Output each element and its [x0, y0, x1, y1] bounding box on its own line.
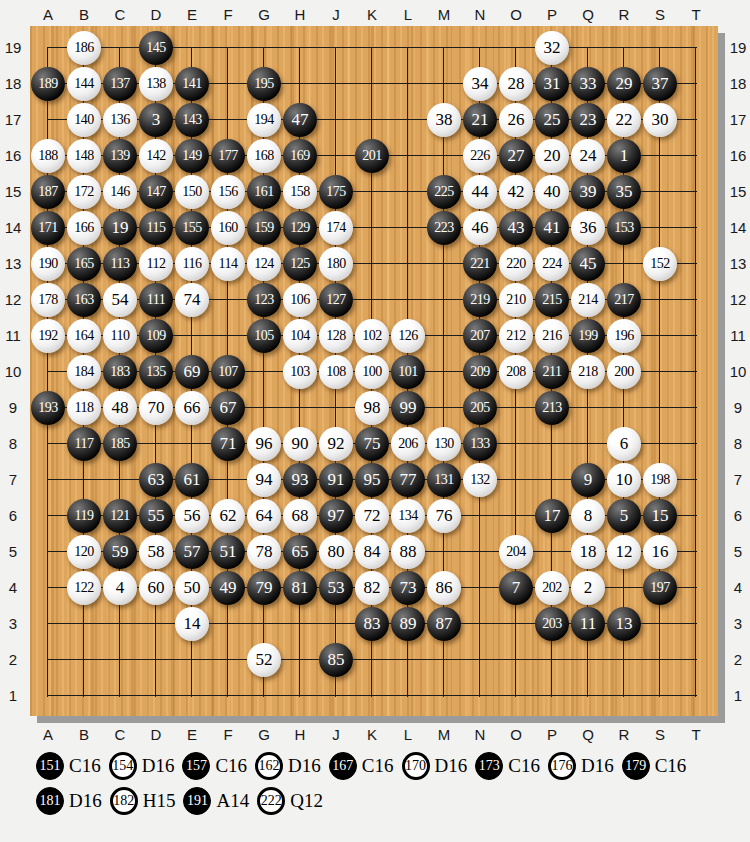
board-point-A1[interactable] — [30, 678, 66, 714]
board-point-F16[interactable]: 177 — [210, 138, 246, 174]
board-point-B15[interactable]: 172 — [66, 174, 102, 210]
board-point-S15[interactable] — [642, 174, 678, 210]
board-point-S12[interactable] — [642, 282, 678, 318]
board-point-R19[interactable] — [606, 30, 642, 66]
board-point-N6[interactable] — [462, 498, 498, 534]
board-point-N2[interactable] — [462, 642, 498, 678]
board-point-A4[interactable] — [30, 570, 66, 606]
board-point-N18[interactable]: 34 — [462, 66, 498, 102]
board-point-F8[interactable]: 71 — [210, 426, 246, 462]
board-point-T19[interactable] — [678, 30, 714, 66]
board-point-F1[interactable] — [210, 678, 246, 714]
board-point-G15[interactable]: 161 — [246, 174, 282, 210]
board-point-C3[interactable] — [102, 606, 138, 642]
board-point-N17[interactable]: 21 — [462, 102, 498, 138]
board-point-F2[interactable] — [210, 642, 246, 678]
board-point-H3[interactable] — [282, 606, 318, 642]
board-point-E2[interactable] — [174, 642, 210, 678]
board-point-T17[interactable] — [678, 102, 714, 138]
board-point-F18[interactable] — [210, 66, 246, 102]
board-point-A3[interactable] — [30, 606, 66, 642]
board-point-J18[interactable] — [318, 66, 354, 102]
board-point-T8[interactable] — [678, 426, 714, 462]
board-point-P15[interactable]: 40 — [534, 174, 570, 210]
board-point-K3[interactable]: 83 — [354, 606, 390, 642]
board-point-F4[interactable]: 49 — [210, 570, 246, 606]
board-point-C4[interactable]: 4 — [102, 570, 138, 606]
board-point-C7[interactable] — [102, 462, 138, 498]
board-point-A15[interactable]: 187 — [30, 174, 66, 210]
board-point-J8[interactable]: 92 — [318, 426, 354, 462]
board-point-N13[interactable]: 221 — [462, 246, 498, 282]
board-point-O2[interactable] — [498, 642, 534, 678]
board-point-G19[interactable] — [246, 30, 282, 66]
board-point-K13[interactable] — [354, 246, 390, 282]
board-point-Q17[interactable]: 23 — [570, 102, 606, 138]
board-point-P9[interactable]: 213 — [534, 390, 570, 426]
board-point-Q4[interactable]: 2 — [570, 570, 606, 606]
board-point-D3[interactable] — [138, 606, 174, 642]
board-point-G11[interactable]: 105 — [246, 318, 282, 354]
board-point-S16[interactable] — [642, 138, 678, 174]
board-point-C18[interactable]: 137 — [102, 66, 138, 102]
board-point-L11[interactable]: 126 — [390, 318, 426, 354]
board-point-G8[interactable]: 96 — [246, 426, 282, 462]
board-point-M18[interactable] — [426, 66, 462, 102]
board-point-G13[interactable]: 124 — [246, 246, 282, 282]
board-point-Q9[interactable] — [570, 390, 606, 426]
board-point-Q12[interactable]: 214 — [570, 282, 606, 318]
board-point-L12[interactable] — [390, 282, 426, 318]
board-point-S19[interactable] — [642, 30, 678, 66]
board-point-Q16[interactable]: 24 — [570, 138, 606, 174]
board-point-S2[interactable] — [642, 642, 678, 678]
board-point-Q8[interactable] — [570, 426, 606, 462]
board-point-L5[interactable]: 88 — [390, 534, 426, 570]
board-point-N16[interactable]: 226 — [462, 138, 498, 174]
board-point-L13[interactable] — [390, 246, 426, 282]
board-point-K10[interactable]: 100 — [354, 354, 390, 390]
board-point-R7[interactable]: 10 — [606, 462, 642, 498]
board-point-T7[interactable] — [678, 462, 714, 498]
board-point-A11[interactable]: 192 — [30, 318, 66, 354]
board-point-D17[interactable]: 3 — [138, 102, 174, 138]
board-point-M5[interactable] — [426, 534, 462, 570]
board-point-B19[interactable]: 186 — [66, 30, 102, 66]
board-point-T5[interactable] — [678, 534, 714, 570]
board-point-M1[interactable] — [426, 678, 462, 714]
board-point-K5[interactable]: 84 — [354, 534, 390, 570]
board-point-B10[interactable]: 184 — [66, 354, 102, 390]
board-point-D2[interactable] — [138, 642, 174, 678]
board-point-T18[interactable] — [678, 66, 714, 102]
board-point-E7[interactable]: 61 — [174, 462, 210, 498]
board-point-H11[interactable]: 104 — [282, 318, 318, 354]
board-point-J2[interactable]: 85 — [318, 642, 354, 678]
board-point-P3[interactable]: 203 — [534, 606, 570, 642]
board-point-H4[interactable]: 81 — [282, 570, 318, 606]
board-point-R4[interactable] — [606, 570, 642, 606]
board-point-C10[interactable]: 183 — [102, 354, 138, 390]
board-point-C17[interactable]: 136 — [102, 102, 138, 138]
board-point-E8[interactable] — [174, 426, 210, 462]
board-point-Q11[interactable]: 199 — [570, 318, 606, 354]
board-point-R10[interactable]: 200 — [606, 354, 642, 390]
board-point-T9[interactable] — [678, 390, 714, 426]
board-point-P4[interactable]: 202 — [534, 570, 570, 606]
board-point-P11[interactable]: 216 — [534, 318, 570, 354]
board-point-K4[interactable]: 82 — [354, 570, 390, 606]
board-point-H18[interactable] — [282, 66, 318, 102]
board-point-O19[interactable] — [498, 30, 534, 66]
board-point-N10[interactable]: 209 — [462, 354, 498, 390]
board-point-L17[interactable] — [390, 102, 426, 138]
board-point-J13[interactable]: 180 — [318, 246, 354, 282]
board-point-E16[interactable]: 149 — [174, 138, 210, 174]
board-point-A6[interactable] — [30, 498, 66, 534]
board-point-G1[interactable] — [246, 678, 282, 714]
board-point-D18[interactable]: 138 — [138, 66, 174, 102]
board-point-S9[interactable] — [642, 390, 678, 426]
board-point-T16[interactable] — [678, 138, 714, 174]
board-point-A14[interactable]: 171 — [30, 210, 66, 246]
board-point-H10[interactable]: 103 — [282, 354, 318, 390]
board-point-N4[interactable] — [462, 570, 498, 606]
board-point-N19[interactable] — [462, 30, 498, 66]
board-point-Q18[interactable]: 33 — [570, 66, 606, 102]
board-point-P17[interactable]: 25 — [534, 102, 570, 138]
board-point-S10[interactable] — [642, 354, 678, 390]
board-point-T2[interactable] — [678, 642, 714, 678]
board-point-Q10[interactable]: 218 — [570, 354, 606, 390]
board-point-G18[interactable]: 195 — [246, 66, 282, 102]
board-point-F3[interactable] — [210, 606, 246, 642]
board-point-Q7[interactable]: 9 — [570, 462, 606, 498]
board-point-A17[interactable] — [30, 102, 66, 138]
board-point-N15[interactable]: 44 — [462, 174, 498, 210]
board-point-P18[interactable]: 31 — [534, 66, 570, 102]
board-point-Q5[interactable]: 18 — [570, 534, 606, 570]
board-point-P1[interactable] — [534, 678, 570, 714]
board-point-H17[interactable]: 47 — [282, 102, 318, 138]
board-point-D1[interactable] — [138, 678, 174, 714]
board-point-D12[interactable]: 111 — [138, 282, 174, 318]
board-point-B1[interactable] — [66, 678, 102, 714]
board-point-L18[interactable] — [390, 66, 426, 102]
board-point-D7[interactable]: 63 — [138, 462, 174, 498]
board-point-R8[interactable]: 6 — [606, 426, 642, 462]
board-point-H14[interactable]: 129 — [282, 210, 318, 246]
board-point-R5[interactable]: 12 — [606, 534, 642, 570]
board-point-D6[interactable]: 55 — [138, 498, 174, 534]
board-point-A13[interactable]: 190 — [30, 246, 66, 282]
board-point-Q19[interactable] — [570, 30, 606, 66]
board-point-S18[interactable]: 37 — [642, 66, 678, 102]
board-point-M19[interactable] — [426, 30, 462, 66]
board-point-O16[interactable]: 27 — [498, 138, 534, 174]
board-point-E17[interactable]: 143 — [174, 102, 210, 138]
board-point-B12[interactable]: 163 — [66, 282, 102, 318]
board-point-M14[interactable]: 223 — [426, 210, 462, 246]
board-point-A8[interactable] — [30, 426, 66, 462]
board-point-M11[interactable] — [426, 318, 462, 354]
board-point-B5[interactable]: 120 — [66, 534, 102, 570]
board-point-E10[interactable]: 69 — [174, 354, 210, 390]
board-point-C13[interactable]: 113 — [102, 246, 138, 282]
board-point-L4[interactable]: 73 — [390, 570, 426, 606]
board-point-K6[interactable]: 72 — [354, 498, 390, 534]
board-point-K11[interactable]: 102 — [354, 318, 390, 354]
board-point-C11[interactable]: 110 — [102, 318, 138, 354]
board-point-D16[interactable]: 142 — [138, 138, 174, 174]
board-point-D19[interactable]: 145 — [138, 30, 174, 66]
board-point-K8[interactable]: 75 — [354, 426, 390, 462]
board-point-T13[interactable] — [678, 246, 714, 282]
board-point-R15[interactable]: 35 — [606, 174, 642, 210]
board-point-A9[interactable]: 193 — [30, 390, 66, 426]
board-point-O10[interactable]: 208 — [498, 354, 534, 390]
board-point-B2[interactable] — [66, 642, 102, 678]
board-point-C8[interactable]: 185 — [102, 426, 138, 462]
board-point-T3[interactable] — [678, 606, 714, 642]
board-point-J9[interactable] — [318, 390, 354, 426]
board-point-B16[interactable]: 148 — [66, 138, 102, 174]
board-point-K7[interactable]: 95 — [354, 462, 390, 498]
board-point-N3[interactable] — [462, 606, 498, 642]
board-point-Q13[interactable]: 45 — [570, 246, 606, 282]
board-point-P14[interactable]: 41 — [534, 210, 570, 246]
board-point-A16[interactable]: 188 — [30, 138, 66, 174]
board-point-O17[interactable]: 26 — [498, 102, 534, 138]
board-point-M7[interactable]: 131 — [426, 462, 462, 498]
board-point-S3[interactable] — [642, 606, 678, 642]
board-point-B7[interactable] — [66, 462, 102, 498]
board-point-R6[interactable]: 5 — [606, 498, 642, 534]
board-point-Q1[interactable] — [570, 678, 606, 714]
board-point-E5[interactable]: 57 — [174, 534, 210, 570]
board-point-L15[interactable] — [390, 174, 426, 210]
board-point-P7[interactable] — [534, 462, 570, 498]
board-point-N14[interactable]: 46 — [462, 210, 498, 246]
board-point-M8[interactable]: 130 — [426, 426, 462, 462]
board-point-B18[interactable]: 144 — [66, 66, 102, 102]
board-point-H16[interactable]: 169 — [282, 138, 318, 174]
board-point-T11[interactable] — [678, 318, 714, 354]
board-point-K1[interactable] — [354, 678, 390, 714]
board-point-J3[interactable] — [318, 606, 354, 642]
board-point-R1[interactable] — [606, 678, 642, 714]
board-point-C6[interactable]: 121 — [102, 498, 138, 534]
board-point-H6[interactable]: 68 — [282, 498, 318, 534]
board-point-E12[interactable]: 74 — [174, 282, 210, 318]
board-point-S7[interactable]: 198 — [642, 462, 678, 498]
board-point-N8[interactable]: 133 — [462, 426, 498, 462]
board-point-J12[interactable]: 127 — [318, 282, 354, 318]
board-point-S17[interactable]: 30 — [642, 102, 678, 138]
board-point-F9[interactable]: 67 — [210, 390, 246, 426]
board-point-O12[interactable]: 210 — [498, 282, 534, 318]
board-point-D14[interactable]: 115 — [138, 210, 174, 246]
board-point-D4[interactable]: 60 — [138, 570, 174, 606]
board-point-Q2[interactable] — [570, 642, 606, 678]
board-point-S13[interactable]: 152 — [642, 246, 678, 282]
board-point-E4[interactable]: 50 — [174, 570, 210, 606]
board-point-T15[interactable] — [678, 174, 714, 210]
board-point-A5[interactable] — [30, 534, 66, 570]
board-point-B17[interactable]: 140 — [66, 102, 102, 138]
board-point-T12[interactable] — [678, 282, 714, 318]
board-point-L19[interactable] — [390, 30, 426, 66]
board-point-N12[interactable]: 219 — [462, 282, 498, 318]
board-point-O5[interactable]: 204 — [498, 534, 534, 570]
board-point-N1[interactable] — [462, 678, 498, 714]
board-point-H9[interactable] — [282, 390, 318, 426]
board-point-A7[interactable] — [30, 462, 66, 498]
board-point-D11[interactable]: 109 — [138, 318, 174, 354]
board-point-G12[interactable]: 123 — [246, 282, 282, 318]
board-point-L16[interactable] — [390, 138, 426, 174]
board-point-E13[interactable]: 116 — [174, 246, 210, 282]
board-point-H8[interactable]: 90 — [282, 426, 318, 462]
board-point-F19[interactable] — [210, 30, 246, 66]
board-point-P19[interactable]: 32 — [534, 30, 570, 66]
board-point-F15[interactable]: 156 — [210, 174, 246, 210]
board-point-M4[interactable]: 86 — [426, 570, 462, 606]
board-point-B11[interactable]: 164 — [66, 318, 102, 354]
board-point-P8[interactable] — [534, 426, 570, 462]
board-point-E3[interactable]: 14 — [174, 606, 210, 642]
board-point-C2[interactable] — [102, 642, 138, 678]
board-point-O4[interactable]: 7 — [498, 570, 534, 606]
board-point-H7[interactable]: 93 — [282, 462, 318, 498]
board-point-E18[interactable]: 141 — [174, 66, 210, 102]
board-point-J7[interactable]: 91 — [318, 462, 354, 498]
board-point-P12[interactable]: 215 — [534, 282, 570, 318]
board-point-P5[interactable] — [534, 534, 570, 570]
board-point-H12[interactable]: 106 — [282, 282, 318, 318]
board-point-F17[interactable] — [210, 102, 246, 138]
board-point-O11[interactable]: 212 — [498, 318, 534, 354]
board-point-B14[interactable]: 166 — [66, 210, 102, 246]
board-point-J16[interactable] — [318, 138, 354, 174]
board-point-F6[interactable]: 62 — [210, 498, 246, 534]
board-point-O18[interactable]: 28 — [498, 66, 534, 102]
board-point-G14[interactable]: 159 — [246, 210, 282, 246]
board-point-H19[interactable] — [282, 30, 318, 66]
board-point-H2[interactable] — [282, 642, 318, 678]
board-point-J15[interactable]: 175 — [318, 174, 354, 210]
board-point-K12[interactable] — [354, 282, 390, 318]
board-point-O15[interactable]: 42 — [498, 174, 534, 210]
board-point-A2[interactable] — [30, 642, 66, 678]
board-point-T14[interactable] — [678, 210, 714, 246]
board-point-B9[interactable]: 118 — [66, 390, 102, 426]
board-point-J14[interactable]: 174 — [318, 210, 354, 246]
board-point-B3[interactable] — [66, 606, 102, 642]
board-point-R12[interactable]: 217 — [606, 282, 642, 318]
board-point-O7[interactable] — [498, 462, 534, 498]
board-point-F13[interactable]: 114 — [210, 246, 246, 282]
board-point-J17[interactable] — [318, 102, 354, 138]
board-point-G10[interactable] — [246, 354, 282, 390]
board-point-M15[interactable]: 225 — [426, 174, 462, 210]
board-point-B8[interactable]: 117 — [66, 426, 102, 462]
board-point-J19[interactable] — [318, 30, 354, 66]
board-point-P6[interactable]: 17 — [534, 498, 570, 534]
board-point-R18[interactable]: 29 — [606, 66, 642, 102]
board-point-C16[interactable]: 139 — [102, 138, 138, 174]
board-point-O6[interactable] — [498, 498, 534, 534]
board-point-D9[interactable]: 70 — [138, 390, 174, 426]
board-point-K9[interactable]: 98 — [354, 390, 390, 426]
board-point-O1[interactable] — [498, 678, 534, 714]
board-point-R13[interactable] — [606, 246, 642, 282]
board-point-A19[interactable] — [30, 30, 66, 66]
board-point-C5[interactable]: 59 — [102, 534, 138, 570]
board-point-C14[interactable]: 19 — [102, 210, 138, 246]
board-point-Q14[interactable]: 36 — [570, 210, 606, 246]
board-point-T4[interactable] — [678, 570, 714, 606]
board-point-N11[interactable]: 207 — [462, 318, 498, 354]
board-point-K2[interactable] — [354, 642, 390, 678]
board-point-E14[interactable]: 155 — [174, 210, 210, 246]
board-point-N7[interactable]: 132 — [462, 462, 498, 498]
board-point-J4[interactable]: 53 — [318, 570, 354, 606]
board-point-D15[interactable]: 147 — [138, 174, 174, 210]
board-point-G4[interactable]: 79 — [246, 570, 282, 606]
board-point-O9[interactable] — [498, 390, 534, 426]
board-point-L10[interactable]: 101 — [390, 354, 426, 390]
board-point-O8[interactable] — [498, 426, 534, 462]
board-point-T1[interactable] — [678, 678, 714, 714]
board-point-A18[interactable]: 189 — [30, 66, 66, 102]
board-point-L3[interactable]: 89 — [390, 606, 426, 642]
board-point-M17[interactable]: 38 — [426, 102, 462, 138]
board-point-G2[interactable]: 52 — [246, 642, 282, 678]
board-point-O13[interactable]: 220 — [498, 246, 534, 282]
board-point-H1[interactable] — [282, 678, 318, 714]
board-point-B4[interactable]: 122 — [66, 570, 102, 606]
board-point-E11[interactable] — [174, 318, 210, 354]
board-point-E1[interactable] — [174, 678, 210, 714]
board-point-B13[interactable]: 165 — [66, 246, 102, 282]
board-point-A10[interactable] — [30, 354, 66, 390]
board-point-M10[interactable] — [426, 354, 462, 390]
board-point-L8[interactable]: 206 — [390, 426, 426, 462]
board-point-S4[interactable]: 197 — [642, 570, 678, 606]
board-point-K17[interactable] — [354, 102, 390, 138]
board-point-R14[interactable]: 153 — [606, 210, 642, 246]
board-point-Q6[interactable]: 8 — [570, 498, 606, 534]
board-point-K16[interactable]: 201 — [354, 138, 390, 174]
board-point-C9[interactable]: 48 — [102, 390, 138, 426]
board-point-M9[interactable] — [426, 390, 462, 426]
board-point-Q3[interactable]: 11 — [570, 606, 606, 642]
board-point-F5[interactable]: 51 — [210, 534, 246, 570]
board-point-M6[interactable]: 76 — [426, 498, 462, 534]
board-point-J5[interactable]: 80 — [318, 534, 354, 570]
board-point-G16[interactable]: 168 — [246, 138, 282, 174]
board-point-D13[interactable]: 112 — [138, 246, 174, 282]
board-point-H15[interactable]: 158 — [282, 174, 318, 210]
board-point-R17[interactable]: 22 — [606, 102, 642, 138]
board-point-O14[interactable]: 43 — [498, 210, 534, 246]
board-point-T6[interactable] — [678, 498, 714, 534]
board-point-T10[interactable] — [678, 354, 714, 390]
board-point-S6[interactable]: 15 — [642, 498, 678, 534]
board-point-C1[interactable] — [102, 678, 138, 714]
board-point-R16[interactable]: 1 — [606, 138, 642, 174]
